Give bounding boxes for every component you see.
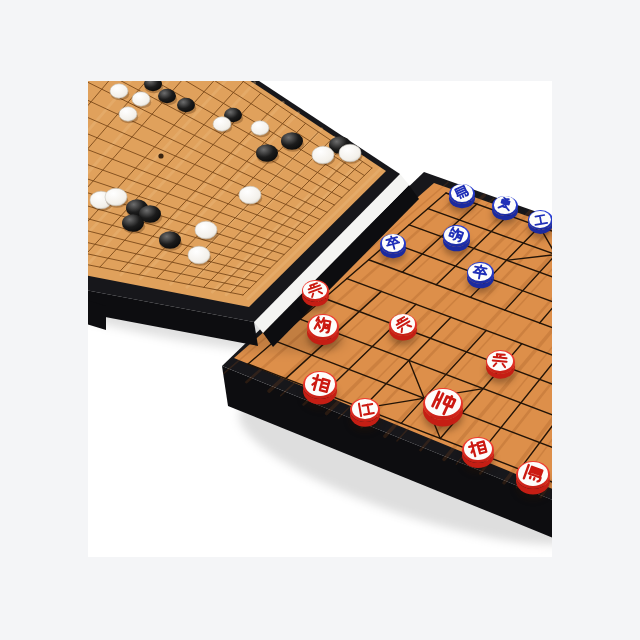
xiangqi-piece-red[interactable] xyxy=(389,314,417,336)
xiangqi-piece-blue[interactable] xyxy=(492,196,518,217)
xiangqi-piece-red[interactable] xyxy=(350,398,380,422)
piece-character-傌-icon xyxy=(520,461,546,487)
xiangqi-piece-face xyxy=(464,438,492,460)
piece-character-砲-icon xyxy=(446,225,467,246)
piece-character-士-icon xyxy=(531,210,548,227)
xiangqi-piece-blue[interactable] xyxy=(380,234,406,255)
xiangqi-piece-face xyxy=(518,462,548,485)
xiangqi-piece-red[interactable] xyxy=(423,388,463,420)
xiangqi-piece-face xyxy=(391,314,416,333)
xiangqi-piece-blue[interactable] xyxy=(449,184,475,205)
piece-character-象-icon xyxy=(495,196,514,215)
xiangqi-piece-red[interactable] xyxy=(307,314,339,340)
photo-area xyxy=(88,81,552,557)
piece-character-帥-icon xyxy=(427,387,459,419)
product-photo-scene xyxy=(0,0,640,640)
xiangqi-piece-face xyxy=(529,211,551,228)
xiangqi-piece-face xyxy=(468,263,492,282)
xiangqi-piece-face xyxy=(425,389,460,417)
xiangqi-piece-red[interactable] xyxy=(462,437,494,463)
piece-character-炮-icon xyxy=(312,315,334,337)
xiangqi-piece-face xyxy=(487,351,513,371)
xiangqi-piece-red[interactable] xyxy=(302,280,329,302)
xiangqi-piece-face xyxy=(352,399,378,420)
piece-character-相-icon xyxy=(466,437,489,460)
xiangqi-piece-face xyxy=(382,234,405,252)
piece-character-卒-icon xyxy=(383,234,402,253)
pieces-layer xyxy=(88,81,552,557)
xiangqi-piece-face xyxy=(444,226,468,245)
xiangqi-piece-face xyxy=(451,184,474,202)
xiangqi-piece-red[interactable] xyxy=(516,461,550,488)
piece-character-兵-icon xyxy=(491,352,510,371)
xiangqi-piece-blue[interactable] xyxy=(443,225,470,247)
xiangqi-piece-red[interactable] xyxy=(303,371,337,398)
piece-character-卒-icon xyxy=(471,263,490,282)
xiangqi-piece-face xyxy=(305,372,335,395)
xiangqi-piece-blue[interactable] xyxy=(467,262,494,284)
piece-character-相-icon xyxy=(307,371,332,396)
xiangqi-piece-face xyxy=(494,196,517,214)
piece-character-兵-icon xyxy=(305,280,326,301)
piece-character-馬-icon xyxy=(452,183,473,204)
xiangqi-piece-face xyxy=(309,315,337,337)
xiangqi-piece-red[interactable] xyxy=(486,350,515,373)
piece-character-仕-icon xyxy=(355,399,376,420)
xiangqi-piece-blue[interactable] xyxy=(528,210,553,230)
photo-world xyxy=(88,81,552,557)
xiangqi-piece-face xyxy=(303,281,327,300)
piece-character-兵-icon xyxy=(392,313,415,336)
